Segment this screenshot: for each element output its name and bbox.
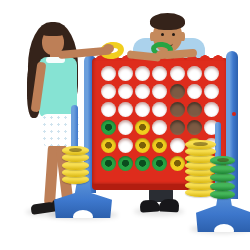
board-cell-r3c4[interactable] bbox=[152, 102, 167, 117]
boy-eye-right bbox=[172, 33, 175, 36]
right-yellow-ring-8 bbox=[185, 140, 216, 149]
board-cell-r6c3[interactable] bbox=[135, 156, 150, 171]
board-cell-r4c6[interactable] bbox=[187, 120, 202, 135]
board-cell-r3c1[interactable] bbox=[101, 102, 116, 117]
boy-shoe-left bbox=[140, 199, 161, 212]
board-cell-r1c1[interactable] bbox=[101, 66, 116, 81]
board-cell-r4c3[interactable] bbox=[135, 120, 150, 135]
boy-hair bbox=[150, 13, 185, 30]
board-cell-r1c7[interactable] bbox=[204, 66, 219, 81]
board-cell-r3c5[interactable] bbox=[170, 102, 185, 117]
board-cell-r6c1[interactable] bbox=[101, 156, 116, 171]
board-cell-r6c2[interactable] bbox=[118, 156, 133, 171]
right-green-ring-3 bbox=[210, 173, 235, 182]
board-cell-r3c2[interactable] bbox=[118, 102, 133, 117]
board-cell-r5c5[interactable] bbox=[170, 138, 185, 153]
board-cell-r4c2[interactable] bbox=[118, 120, 133, 135]
boy-shoe-right bbox=[159, 198, 180, 212]
board-cell-r1c4[interactable] bbox=[152, 66, 167, 81]
girl-hair-fringe bbox=[40, 24, 66, 36]
board-cell-r2c7[interactable] bbox=[204, 84, 219, 99]
board-cell-r5c3[interactable] bbox=[135, 138, 150, 153]
board-cell-r1c5[interactable] bbox=[170, 66, 185, 81]
board-cell-r5c2[interactable] bbox=[118, 138, 133, 153]
board-cell-r5c1[interactable] bbox=[101, 138, 116, 153]
board-cell-r4c4[interactable] bbox=[152, 120, 167, 135]
board-cell-r2c4[interactable] bbox=[152, 84, 167, 99]
board-cell-r4c1[interactable] bbox=[101, 120, 116, 135]
board-cell-r3c6[interactable] bbox=[187, 102, 202, 117]
board-cell-r4c5[interactable] bbox=[170, 120, 185, 135]
product-photo-stage bbox=[0, 0, 250, 250]
board-cell-r2c1[interactable] bbox=[101, 84, 116, 99]
right-green-ring-4 bbox=[210, 165, 235, 174]
board-cell-r1c3[interactable] bbox=[135, 66, 150, 81]
right-post-button bbox=[232, 112, 236, 116]
boy-eye-left bbox=[161, 33, 164, 36]
board-cell-r3c3[interactable] bbox=[135, 102, 150, 117]
girl-hand bbox=[103, 44, 114, 53]
board-cell-r2c2[interactable] bbox=[118, 84, 133, 99]
board-cell-r5c4[interactable] bbox=[152, 138, 167, 153]
right-green-ring-stack bbox=[210, 156, 235, 199]
left-yellow-ring-5 bbox=[62, 146, 89, 155]
board-cell-r1c2[interactable] bbox=[118, 66, 133, 81]
board-cell-r6c5[interactable] bbox=[170, 156, 185, 171]
left-yellow-ring-stack bbox=[62, 146, 89, 184]
board-cell-r3c7[interactable] bbox=[204, 102, 219, 117]
right-green-ring-2 bbox=[210, 182, 235, 191]
board-cell-r6c4[interactable] bbox=[152, 156, 167, 171]
board-cell-r2c5[interactable] bbox=[170, 84, 185, 99]
board-cell-r2c3[interactable] bbox=[135, 84, 150, 99]
board-cell-r1c6[interactable] bbox=[187, 66, 202, 81]
boy-hand bbox=[156, 50, 168, 59]
right-green-ring-5 bbox=[210, 156, 235, 165]
right-green-ring-1 bbox=[210, 190, 235, 199]
board-cell-r2c6[interactable] bbox=[187, 84, 202, 99]
